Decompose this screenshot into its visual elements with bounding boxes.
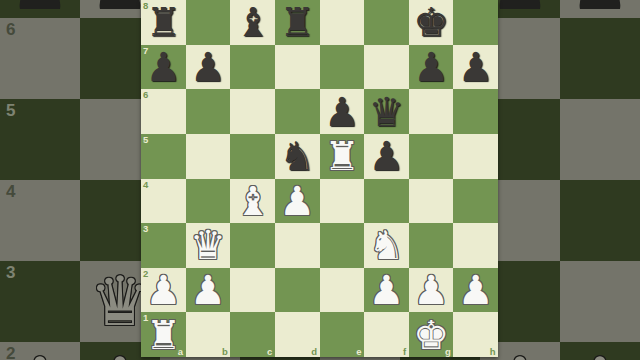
bg-piece-white-pawn-a2: ♟ [10, 349, 71, 360]
piece-white-pawn-d4[interactable]: ♟ [279, 181, 315, 221]
rank-label: 3 [143, 224, 148, 234]
bg-piece-black-pawn-a7: ♟ [10, 0, 71, 20]
bg-square-h2: ♟ [560, 342, 640, 360]
piece-black-king-g8[interactable]: ♚ [413, 2, 449, 42]
bg-square-a5: 5 [0, 99, 80, 180]
bg-square-a3: 3 [0, 261, 80, 342]
square-c3[interactable] [230, 223, 275, 268]
square-b3[interactable]: ♛ [186, 223, 231, 268]
file-label: h [490, 347, 496, 357]
square-d2[interactable] [275, 268, 320, 313]
bg-rank-label: 3 [6, 264, 15, 281]
square-h5[interactable] [453, 134, 498, 179]
bg-square-h4 [560, 180, 640, 261]
file-label: d [311, 347, 317, 357]
square-c2[interactable] [230, 268, 275, 313]
square-e8[interactable] [320, 0, 365, 45]
square-e2[interactable] [320, 268, 365, 313]
bg-square-h3 [560, 261, 640, 342]
square-g7[interactable]: ♟ [409, 45, 454, 90]
square-e4[interactable] [320, 179, 365, 224]
piece-black-knight-d5[interactable]: ♞ [279, 136, 315, 176]
square-g8[interactable]: ♚ [409, 0, 454, 45]
square-h3[interactable] [453, 223, 498, 268]
square-b2[interactable]: ♟ [186, 268, 231, 313]
file-label: e [356, 347, 361, 357]
square-f3[interactable]: ♞ [364, 223, 409, 268]
square-b6[interactable] [186, 89, 231, 134]
square-h2[interactable]: ♟ [453, 268, 498, 313]
square-b1[interactable]: b [186, 312, 231, 357]
rank-label: 6 [143, 90, 148, 100]
square-a1[interactable]: 1a♜ [141, 312, 186, 357]
bg-piece-white-pawn-h2: ♟ [570, 349, 631, 360]
square-h7[interactable]: ♟ [453, 45, 498, 90]
piece-black-pawn-a7[interactable]: ♟ [145, 47, 181, 87]
file-label: f [403, 347, 406, 357]
square-f2[interactable]: ♟ [364, 268, 409, 313]
square-c1[interactable]: c [230, 312, 275, 357]
square-d1[interactable]: d [275, 312, 320, 357]
square-c6[interactable] [230, 89, 275, 134]
square-c4[interactable]: ♝ [230, 179, 275, 224]
square-e7[interactable] [320, 45, 365, 90]
square-b5[interactable] [186, 134, 231, 179]
square-f7[interactable] [364, 45, 409, 90]
square-e5[interactable]: ♜ [320, 134, 365, 179]
square-a5[interactable]: 5 [141, 134, 186, 179]
square-f1[interactable]: f [364, 312, 409, 357]
square-e1[interactable]: e [320, 312, 365, 357]
bg-square-a6: 6 [0, 18, 80, 99]
square-c7[interactable] [230, 45, 275, 90]
square-a8[interactable]: 8♜ [141, 0, 186, 45]
piece-white-king-g1[interactable]: ♚ [413, 315, 449, 355]
square-h4[interactable] [453, 179, 498, 224]
square-d4[interactable]: ♟ [275, 179, 320, 224]
square-d5[interactable]: ♞ [275, 134, 320, 179]
bg-piece-black-pawn-g7: ♟ [490, 0, 551, 20]
piece-white-pawn-g2[interactable]: ♟ [413, 270, 449, 310]
square-b7[interactable]: ♟ [186, 45, 231, 90]
bg-square-a4: 4 [0, 180, 80, 261]
square-b8[interactable] [186, 0, 231, 45]
rank-label: 5 [143, 135, 148, 145]
piece-white-knight-f3[interactable]: ♞ [369, 225, 405, 265]
piece-white-rook-a1[interactable]: ♜ [145, 315, 181, 355]
bg-rank-label: 4 [6, 183, 15, 200]
square-g5[interactable] [409, 134, 454, 179]
square-g6[interactable] [409, 89, 454, 134]
square-d7[interactable] [275, 45, 320, 90]
square-d8[interactable]: ♜ [275, 0, 320, 45]
file-label: c [267, 347, 272, 357]
square-g1[interactable]: g♚ [409, 312, 454, 357]
bg-piece-white-pawn-g2: ♟ [490, 349, 551, 360]
piece-black-queen-f6[interactable]: ♛ [369, 92, 405, 132]
bg-piece-black-pawn-h7: ♟ [570, 0, 631, 20]
square-f6[interactable]: ♛ [364, 89, 409, 134]
square-c5[interactable] [230, 134, 275, 179]
piece-black-pawn-b7[interactable]: ♟ [190, 47, 226, 87]
square-f5[interactable]: ♟ [364, 134, 409, 179]
piece-white-pawn-b2[interactable]: ♟ [190, 270, 226, 310]
bg-square-a7: ♟ [0, 0, 80, 18]
piece-black-pawn-g7[interactable]: ♟ [413, 47, 449, 87]
square-a4[interactable]: 4 [141, 179, 186, 224]
file-label: b [222, 347, 228, 357]
bg-rank-label: 2 [6, 345, 15, 360]
chess-board[interactable]: 8♜♝♜♚7♟♟♟♟6♟♛5♞♜♟4♝♟3♛♞2♟♟♟♟♟1a♜bcdefg♚h [141, 0, 498, 357]
piece-white-pawn-h2[interactable]: ♟ [458, 270, 494, 310]
piece-black-rook-d8[interactable]: ♜ [279, 2, 315, 42]
square-e6[interactable]: ♟ [320, 89, 365, 134]
piece-black-pawn-f5[interactable]: ♟ [369, 136, 405, 176]
square-g2[interactable]: ♟ [409, 268, 454, 313]
bg-square-h7: ♟ [560, 0, 640, 18]
square-g4[interactable] [409, 179, 454, 224]
piece-white-bishop-c4[interactable]: ♝ [235, 181, 271, 221]
piece-white-pawn-a2[interactable]: ♟ [145, 270, 181, 310]
square-a2[interactable]: 2♟ [141, 268, 186, 313]
square-h8[interactable] [453, 0, 498, 45]
piece-black-bishop-c8[interactable]: ♝ [235, 2, 271, 42]
piece-white-rook-e5[interactable]: ♜ [324, 136, 360, 176]
rank-label: 4 [143, 180, 148, 190]
piece-black-pawn-e6[interactable]: ♟ [324, 92, 360, 132]
piece-white-queen-b3[interactable]: ♛ [190, 225, 226, 265]
bg-rank-label: 5 [6, 102, 15, 119]
piece-black-rook-a8[interactable]: ♜ [145, 2, 181, 42]
square-a3[interactable]: 3 [141, 223, 186, 268]
bg-square-h6 [560, 18, 640, 99]
bg-square-h5 [560, 99, 640, 180]
square-h1[interactable]: h [453, 312, 498, 357]
square-d3[interactable] [275, 223, 320, 268]
square-f4[interactable] [364, 179, 409, 224]
video-frame: { "game": "chess", "position": { "fen": … [0, 0, 640, 360]
square-d6[interactable] [275, 89, 320, 134]
square-e3[interactable] [320, 223, 365, 268]
square-a7[interactable]: 7♟ [141, 45, 186, 90]
square-c8[interactable]: ♝ [230, 0, 275, 45]
square-a6[interactable]: 6 [141, 89, 186, 134]
piece-black-pawn-h7[interactable]: ♟ [458, 47, 494, 87]
bg-rank-label: 6 [6, 21, 15, 38]
square-b4[interactable] [186, 179, 231, 224]
square-f8[interactable] [364, 0, 409, 45]
piece-white-pawn-f2[interactable]: ♟ [369, 270, 405, 310]
bg-square-a2: 2♟ [0, 342, 80, 360]
square-h6[interactable] [453, 89, 498, 134]
square-g3[interactable] [409, 223, 454, 268]
